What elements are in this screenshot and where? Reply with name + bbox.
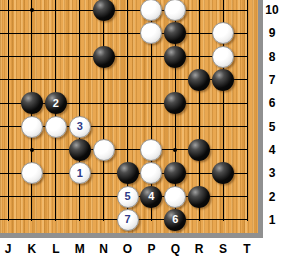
row-label-6: 6 [269, 96, 276, 110]
move-number-label: 1 [77, 168, 83, 179]
black-stone-K6[interactable] [21, 92, 43, 114]
black-stone-M4[interactable] [69, 139, 91, 161]
column-label-S: S [219, 242, 227, 256]
grid-line-horizontal-7 [0, 79, 248, 80]
row-label-4: 4 [269, 143, 276, 157]
go-board[interactable]: 2463157 [0, 0, 258, 233]
white-stone-Q2[interactable] [164, 186, 186, 208]
row-label-1: 1 [269, 213, 276, 227]
white-stone-Q10[interactable] [164, 0, 186, 21]
star-point-K10 [30, 8, 34, 12]
star-point-K4 [30, 148, 34, 152]
grid-line-horizontal-10 [0, 10, 248, 11]
move-number-label: 2 [53, 98, 59, 109]
white-stone-P10[interactable] [140, 0, 162, 21]
white-stone-S9[interactable] [212, 22, 234, 44]
white-stone-L5[interactable] [45, 116, 67, 138]
column-label-J: J [5, 242, 12, 256]
black-stone-Q1[interactable]: 6 [164, 209, 186, 231]
column-label-N: N [99, 242, 108, 256]
row-label-5: 5 [269, 120, 276, 134]
black-stone-S3[interactable] [212, 162, 234, 184]
black-stone-R7[interactable] [188, 69, 210, 91]
black-stone-N10[interactable] [93, 0, 115, 21]
column-label-O: O [123, 242, 132, 256]
row-label-2: 2 [269, 190, 276, 204]
black-stone-R4[interactable] [188, 139, 210, 161]
white-stone-O2[interactable]: 5 [117, 186, 139, 208]
star-point-Q4 [173, 148, 177, 152]
black-stone-S7[interactable] [212, 69, 234, 91]
grid-line-horizontal-9 [0, 33, 248, 34]
column-label-K: K [28, 242, 37, 256]
column-label-P: P [147, 242, 155, 256]
board-edge-separator-right [258, 0, 263, 238]
black-stone-R2[interactable] [188, 186, 210, 208]
white-stone-P4[interactable] [140, 139, 162, 161]
black-stone-Q6[interactable] [164, 92, 186, 114]
row-label-9: 9 [269, 26, 276, 40]
white-stone-O1[interactable]: 7 [117, 209, 139, 231]
white-stone-N4[interactable] [93, 139, 115, 161]
white-stone-M5[interactable]: 3 [69, 116, 91, 138]
black-stone-Q9[interactable] [164, 22, 186, 44]
move-number-label: 7 [124, 214, 130, 225]
column-label-Q: Q [171, 242, 180, 256]
black-stone-N8[interactable] [93, 46, 115, 68]
column-label-M: M [75, 242, 85, 256]
white-stone-K3[interactable] [21, 162, 43, 184]
row-label-7: 7 [269, 73, 276, 87]
white-stone-M3[interactable]: 1 [69, 162, 91, 184]
move-number-label: 3 [77, 121, 83, 132]
board-edge-separator-bottom [0, 233, 263, 238]
grid-line-horizontal-4 [0, 149, 248, 150]
black-stone-O3[interactable] [117, 162, 139, 184]
black-stone-Q8[interactable] [164, 46, 186, 68]
go-diagram: 2463157 JKLMNOPQRST10987654321 [0, 0, 284, 260]
row-label-8: 8 [269, 50, 276, 64]
row-label-10: 10 [265, 3, 278, 17]
white-stone-P3[interactable] [140, 162, 162, 184]
black-stone-L6[interactable]: 2 [45, 92, 67, 114]
move-number-label: 5 [124, 191, 130, 202]
column-label-L: L [52, 242, 59, 256]
black-stone-Q3[interactable] [164, 162, 186, 184]
move-number-label: 6 [172, 214, 178, 225]
column-label-R: R [195, 242, 204, 256]
white-stone-S8[interactable] [212, 46, 234, 68]
column-label-T: T [243, 242, 250, 256]
black-stone-P2[interactable]: 4 [140, 186, 162, 208]
white-stone-K5[interactable] [21, 116, 43, 138]
white-stone-P9[interactable] [140, 22, 162, 44]
row-label-3: 3 [269, 166, 276, 180]
move-number-label: 4 [148, 191, 154, 202]
grid-line-horizontal-8 [0, 56, 248, 57]
